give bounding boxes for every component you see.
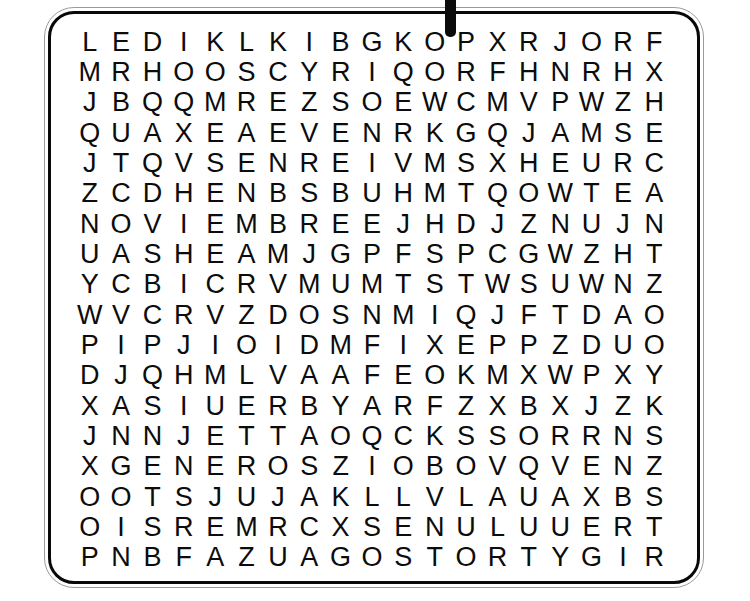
grid-cell: O: [450, 452, 481, 482]
grid-cell: Q: [482, 179, 513, 209]
grid-cell: S: [482, 421, 513, 451]
grid-cell: B: [325, 179, 356, 209]
grid-cell: M: [576, 118, 607, 148]
grid-cell: R: [325, 57, 356, 87]
grid-cell: S: [137, 239, 168, 269]
grid-cell: L: [450, 482, 481, 512]
grid-cell: K: [419, 118, 450, 148]
grid-cell: U: [576, 148, 607, 178]
grid-cell: G: [450, 118, 481, 148]
grid-cell: C: [294, 512, 325, 542]
grid-cell: S: [231, 57, 262, 87]
grid-cell: O: [419, 57, 450, 87]
grid-cell: M: [231, 512, 262, 542]
grid-cell: Y: [325, 391, 356, 421]
grid-cell: B: [137, 270, 168, 300]
grid-cell: J: [105, 361, 136, 391]
grid-cell: C: [199, 270, 230, 300]
grid-cell: R: [576, 57, 607, 87]
grid-cell: S: [419, 239, 450, 269]
grid-cell: B: [137, 543, 168, 573]
grid-cell: L: [356, 482, 387, 512]
grid-cell: P: [74, 543, 105, 573]
grid-cell: Z: [74, 179, 105, 209]
grid-cell: W: [545, 361, 576, 391]
grid-cell: I: [262, 330, 293, 360]
grid-cell: Q: [482, 118, 513, 148]
grid-cell: N: [168, 452, 199, 482]
grid-cell: T: [450, 270, 481, 300]
grid-cell: E: [199, 209, 230, 239]
letter-grid: LEDIKLKIBGKOPXRJORFMRHOOSCYRIQORFHNRHXJB…: [74, 27, 670, 573]
grid-cell: C: [137, 300, 168, 330]
grid-cell: D: [450, 209, 481, 239]
grid-cell: M: [356, 270, 387, 300]
grid-cell: G: [325, 543, 356, 573]
grid-cell: B: [262, 209, 293, 239]
grid-cell: R: [231, 88, 262, 118]
grid-cell: W: [74, 300, 105, 330]
grid-cell: L: [482, 512, 513, 542]
grid-cell: D: [294, 330, 325, 360]
grid-cell: U: [513, 512, 544, 542]
grid-cell: D: [137, 27, 168, 57]
grid-cell: I: [168, 391, 199, 421]
grid-cell: U: [74, 239, 105, 269]
grid-cell: L: [231, 361, 262, 391]
grid-cell: E: [105, 27, 136, 57]
grid-cell: L: [388, 482, 419, 512]
grid-cell: B: [325, 27, 356, 57]
grid-cell: R: [262, 512, 293, 542]
grid-cell: N: [105, 421, 136, 451]
grid-cell: B: [262, 179, 293, 209]
grid-cell: X: [482, 27, 513, 57]
grid-cell: I: [168, 27, 199, 57]
grid-cell: Q: [137, 148, 168, 178]
grid-cell: U: [576, 209, 607, 239]
grid-cell: X: [482, 148, 513, 178]
grid-cell: E: [262, 118, 293, 148]
grid-cell: A: [325, 361, 356, 391]
grid-cell: Z: [607, 391, 638, 421]
grid-cell: C: [482, 239, 513, 269]
grid-cell: V: [545, 452, 576, 482]
grid-cell: E: [199, 512, 230, 542]
grid-cell: R: [607, 512, 638, 542]
grid-cell: P: [137, 330, 168, 360]
grid-cell: J: [262, 482, 293, 512]
grid-cell: M: [419, 148, 450, 178]
grid-cell: L: [74, 27, 105, 57]
grid-cell: P: [513, 330, 544, 360]
grid-cell: Z: [231, 543, 262, 573]
grid-cell: A: [231, 239, 262, 269]
grid-cell: R: [105, 57, 136, 87]
grid-cell: P: [450, 239, 481, 269]
grid-cell: A: [294, 543, 325, 573]
grid-cell: U: [545, 270, 576, 300]
grid-cell: F: [356, 361, 387, 391]
grid-cell: X: [74, 391, 105, 421]
grid-cell: J: [576, 391, 607, 421]
grid-cell: X: [74, 452, 105, 482]
grid-cell: S: [356, 512, 387, 542]
grid-cell: V: [168, 148, 199, 178]
grid-cell: H: [168, 179, 199, 209]
grid-cell: X: [325, 512, 356, 542]
grid-cell: R: [388, 391, 419, 421]
grid-cell: O: [356, 88, 387, 118]
grid-cell: C: [105, 270, 136, 300]
grid-cell: V: [137, 209, 168, 239]
grid-cell: H: [607, 57, 638, 87]
grid-cell: R: [576, 421, 607, 451]
grid-cell: S: [137, 391, 168, 421]
grid-cell: Z: [639, 452, 670, 482]
grid-cell: H: [513, 148, 544, 178]
grid-cell: M: [482, 88, 513, 118]
grid-cell: F: [482, 57, 513, 87]
grid-cell: T: [639, 239, 670, 269]
grid-cell: S: [325, 88, 356, 118]
grid-cell: S: [639, 421, 670, 451]
grid-cell: S: [168, 482, 199, 512]
grid-cell: A: [545, 482, 576, 512]
grid-cell: Z: [639, 270, 670, 300]
grid-cell: N: [356, 118, 387, 148]
grid-cell: E: [199, 118, 230, 148]
grid-cell: A: [231, 118, 262, 148]
grid-cell: A: [199, 543, 230, 573]
grid-cell: P: [482, 330, 513, 360]
grid-cell: X: [607, 361, 638, 391]
grid-cell: O: [639, 300, 670, 330]
grid-cell: N: [545, 57, 576, 87]
grid-cell: J: [388, 209, 419, 239]
grid-cell: O: [74, 512, 105, 542]
grid-cell: A: [607, 300, 638, 330]
grid-cell: G: [356, 27, 387, 57]
grid-cell: F: [388, 239, 419, 269]
grid-cell: I: [168, 209, 199, 239]
grid-cell: Q: [137, 361, 168, 391]
grid-cell: G: [325, 239, 356, 269]
grid-cell: I: [105, 512, 136, 542]
grid-cell: H: [513, 57, 544, 87]
grid-cell: O: [105, 482, 136, 512]
grid-cell: G: [105, 452, 136, 482]
grid-cell: O: [513, 421, 544, 451]
grid-cell: O: [419, 361, 450, 391]
grid-cell: I: [168, 270, 199, 300]
grid-cell: L: [231, 27, 262, 57]
grid-cell: B: [419, 452, 450, 482]
grid-cell: E: [199, 421, 230, 451]
grid-cell: D: [576, 330, 607, 360]
grid-cell: M: [388, 300, 419, 330]
grid-cell: E: [388, 512, 419, 542]
grid-cell: I: [419, 300, 450, 330]
grid-cell: A: [356, 391, 387, 421]
grid-cell: U: [105, 118, 136, 148]
grid-cell: H: [607, 239, 638, 269]
grid-cell: K: [388, 27, 419, 57]
grid-cell: M: [74, 57, 105, 87]
grid-cell: X: [168, 118, 199, 148]
grid-cell: F: [639, 27, 670, 57]
grid-cell: Z: [294, 88, 325, 118]
grid-cell: M: [482, 361, 513, 391]
grid-cell: Y: [639, 361, 670, 391]
grid-cell: P: [576, 361, 607, 391]
grid-cell: Z: [576, 239, 607, 269]
grid-cell: M: [419, 179, 450, 209]
grid-cell: Q: [513, 452, 544, 482]
grid-cell: A: [294, 482, 325, 512]
grid-cell: Z: [607, 88, 638, 118]
grid-cell: O: [356, 543, 387, 573]
grid-cell: V: [482, 452, 513, 482]
grid-cell: E: [199, 179, 230, 209]
grid-cell: A: [105, 239, 136, 269]
grid-cell: M: [199, 88, 230, 118]
grid-cell: B: [513, 391, 544, 421]
grid-cell: E: [576, 452, 607, 482]
grid-cell: Q: [450, 300, 481, 330]
grid-cell: E: [639, 118, 670, 148]
grid-cell: X: [419, 330, 450, 360]
grid-cell: I: [356, 452, 387, 482]
grid-cell: O: [576, 27, 607, 57]
grid-cell: H: [168, 239, 199, 269]
grid-cell: S: [137, 512, 168, 542]
grid-cell: M: [325, 330, 356, 360]
grid-cell: H: [419, 209, 450, 239]
grid-cell: G: [576, 543, 607, 573]
grid-cell: H: [388, 179, 419, 209]
grid-cell: T: [137, 482, 168, 512]
grid-cell: Q: [74, 118, 105, 148]
grid-cell: A: [294, 421, 325, 451]
grid-cell: O: [450, 543, 481, 573]
grid-cell: T: [262, 421, 293, 451]
grid-cell: J: [74, 148, 105, 178]
grid-cell: W: [545, 179, 576, 209]
grid-cell: E: [231, 148, 262, 178]
grid-cell: X: [639, 57, 670, 87]
grid-cell: E: [199, 239, 230, 269]
grid-cell: I: [607, 543, 638, 573]
grid-cell: C: [388, 421, 419, 451]
grid-cell: W: [545, 239, 576, 269]
grid-cell: B: [607, 482, 638, 512]
grid-cell: R: [294, 209, 325, 239]
grid-cell: Q: [137, 88, 168, 118]
grid-cell: O: [325, 421, 356, 451]
grid-cell: T: [545, 300, 576, 330]
grid-cell: R: [168, 512, 199, 542]
grid-cell: Q: [356, 421, 387, 451]
grid-cell: A: [639, 179, 670, 209]
grid-cell: X: [482, 391, 513, 421]
grid-cell: K: [325, 482, 356, 512]
grid-cell: C: [639, 148, 670, 178]
grid-cell: X: [513, 361, 544, 391]
grid-cell: T: [231, 421, 262, 451]
grid-cell: E: [450, 330, 481, 360]
grid-cell: E: [545, 148, 576, 178]
grid-cell: M: [294, 270, 325, 300]
word-search-page: LEDIKLKIBGKOPXRJORFMRHOOSCYRIQORFHNRHXJB…: [0, 0, 750, 601]
grid-cell: E: [262, 88, 293, 118]
grid-cell: R: [388, 118, 419, 148]
grid-cell: R: [262, 391, 293, 421]
grid-cell: J: [74, 88, 105, 118]
grid-cell: T: [513, 543, 544, 573]
grid-cell: N: [262, 148, 293, 178]
grid-cell: Y: [294, 57, 325, 87]
grid-cell: U: [325, 270, 356, 300]
grid-cell: V: [419, 482, 450, 512]
grid-cell: K: [450, 361, 481, 391]
grid-cell: S: [294, 179, 325, 209]
grid-cell: O: [168, 57, 199, 87]
grid-cell: V: [262, 361, 293, 391]
grid-cell: U: [607, 330, 638, 360]
grid-cell: Q: [388, 57, 419, 87]
grid-cell: S: [388, 543, 419, 573]
grid-cell: B: [105, 88, 136, 118]
grid-cell: U: [199, 391, 230, 421]
grid-cell: O: [262, 452, 293, 482]
grid-cell: X: [576, 482, 607, 512]
grid-cell: J: [545, 27, 576, 57]
grid-cell: S: [325, 300, 356, 330]
grid-cell: V: [105, 300, 136, 330]
grid-cell: F: [513, 300, 544, 330]
grid-cell: R: [231, 270, 262, 300]
grid-cell: O: [105, 209, 136, 239]
grid-cell: Q: [168, 88, 199, 118]
grid-cell: K: [199, 27, 230, 57]
grid-cell: U: [545, 512, 576, 542]
grid-cell: E: [325, 118, 356, 148]
grid-cell: S: [450, 421, 481, 451]
grid-cell: Z: [325, 452, 356, 482]
grid-cell: E: [388, 88, 419, 118]
grid-cell: C: [450, 88, 481, 118]
grid-cell: T: [388, 270, 419, 300]
grid-cell: E: [325, 148, 356, 178]
grid-cell: C: [262, 57, 293, 87]
grid-cell: P: [356, 239, 387, 269]
grid-cell: R: [168, 300, 199, 330]
grid-cell: M: [231, 209, 262, 239]
grid-cell: O: [74, 482, 105, 512]
grid-cell: J: [607, 209, 638, 239]
grid-cell: T: [450, 179, 481, 209]
grid-cell: D: [576, 300, 607, 330]
grid-cell: J: [168, 330, 199, 360]
grid-cell: F: [356, 330, 387, 360]
grid-cell: S: [294, 452, 325, 482]
grid-cell: O: [639, 330, 670, 360]
grid-cell: N: [607, 421, 638, 451]
grid-cell: I: [356, 57, 387, 87]
grid-cell: S: [199, 148, 230, 178]
grid-cell: V: [262, 270, 293, 300]
grid-cell: O: [513, 179, 544, 209]
grid-cell: C: [105, 179, 136, 209]
grid-cell: Z: [231, 300, 262, 330]
grid-cell: T: [105, 148, 136, 178]
grid-cell: V: [294, 118, 325, 148]
grid-cell: V: [199, 300, 230, 330]
grid-cell: A: [137, 118, 168, 148]
grid-cell: N: [105, 543, 136, 573]
grid-cell: E: [231, 391, 262, 421]
grid-cell: E: [388, 361, 419, 391]
grid-cell: A: [294, 361, 325, 391]
grid-cell: T: [576, 179, 607, 209]
grid-cell: R: [231, 452, 262, 482]
grid-cell: J: [482, 300, 513, 330]
grid-cell: J: [513, 118, 544, 148]
grid-cell: J: [168, 421, 199, 451]
grid-cell: K: [639, 391, 670, 421]
grid-cell: J: [482, 209, 513, 239]
grid-cell: R: [545, 421, 576, 451]
grid-cell: I: [388, 330, 419, 360]
grid-cell: A: [545, 118, 576, 148]
grid-cell: S: [513, 270, 544, 300]
grid-cell: N: [607, 452, 638, 482]
grid-cell: H: [137, 57, 168, 87]
grid-cell: M: [262, 239, 293, 269]
grid-cell: T: [639, 512, 670, 542]
grid-cell: N: [356, 300, 387, 330]
grid-cell: Y: [74, 270, 105, 300]
grid-cell: R: [607, 27, 638, 57]
grid-cell: S: [607, 118, 638, 148]
grid-cell: J: [74, 421, 105, 451]
grid-cell: D: [262, 300, 293, 330]
grid-cell: G: [513, 239, 544, 269]
grid-cell: W: [576, 270, 607, 300]
grid-cell: I: [356, 148, 387, 178]
grid-cell: U: [450, 512, 481, 542]
grid-cell: R: [639, 543, 670, 573]
grid-cell: E: [356, 209, 387, 239]
grid-cell: A: [105, 391, 136, 421]
grid-cell: N: [74, 209, 105, 239]
grid-cell: O: [388, 452, 419, 482]
grid-cell: R: [482, 543, 513, 573]
grid-cell: T: [419, 543, 450, 573]
grid-cell: K: [262, 27, 293, 57]
grid-cell: M: [199, 361, 230, 391]
grid-cell: Z: [545, 330, 576, 360]
grid-cell: W: [482, 270, 513, 300]
grid-cell: O: [199, 57, 230, 87]
grid-cell: U: [262, 543, 293, 573]
grid-cell: Y: [545, 543, 576, 573]
grid-cell: W: [419, 88, 450, 118]
grid-cell: N: [639, 209, 670, 239]
grid-cell: B: [294, 391, 325, 421]
grid-cell: R: [513, 27, 544, 57]
